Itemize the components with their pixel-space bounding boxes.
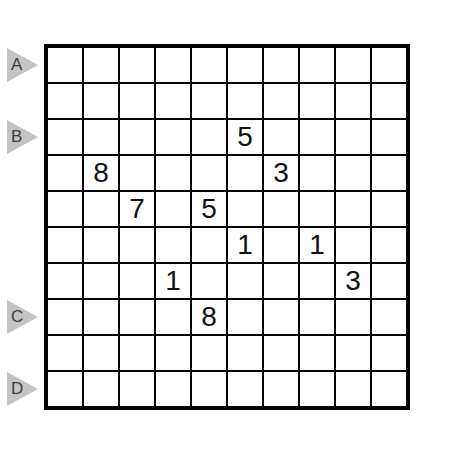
cell-r1c6[interactable] [228,48,262,82]
cell-r9c10[interactable] [372,336,406,370]
cell-r7c1[interactable] [48,264,82,298]
cell-r6c6: 1 [228,228,262,262]
cell-r2c5[interactable] [192,84,226,118]
cell-r6c1[interactable] [48,228,82,262]
cell-r6c10[interactable] [372,228,406,262]
cell-r2c10[interactable] [372,84,406,118]
cell-r8c9[interactable] [336,300,370,334]
cell-r3c10[interactable] [372,120,406,154]
cell-r5c2[interactable] [84,192,118,226]
cell-r1c4[interactable] [156,48,190,82]
cell-r9c2[interactable] [84,336,118,370]
row-marker-a: A [7,48,38,82]
row-marker-b: B [7,120,38,154]
cell-r2c2[interactable] [84,84,118,118]
marker-label: D [11,379,23,399]
cell-r9c3[interactable] [120,336,154,370]
cell-r5c7[interactable] [264,192,298,226]
cell-r5c6[interactable] [228,192,262,226]
cell-r3c1[interactable] [48,120,82,154]
cell-r9c6[interactable] [228,336,262,370]
cell-r5c1[interactable] [48,192,82,226]
cell-r8c5: 8 [192,300,226,334]
cell-r4c9[interactable] [336,156,370,190]
cell-r8c3[interactable] [120,300,154,334]
cell-r5c9[interactable] [336,192,370,226]
cell-r6c7[interactable] [264,228,298,262]
cell-r4c3[interactable] [120,156,154,190]
cell-r6c8: 1 [300,228,334,262]
cell-r10c5[interactable] [192,372,226,406]
cell-r5c10[interactable] [372,192,406,226]
cell-r7c3[interactable] [120,264,154,298]
cell-r6c9[interactable] [336,228,370,262]
cell-r10c10[interactable] [372,372,406,406]
cell-r6c4[interactable] [156,228,190,262]
cell-r7c8[interactable] [300,264,334,298]
cell-r3c2[interactable] [84,120,118,154]
cell-r3c7[interactable] [264,120,298,154]
cell-r9c1[interactable] [48,336,82,370]
cell-r10c3[interactable] [120,372,154,406]
cell-r2c9[interactable] [336,84,370,118]
cell-r7c5[interactable] [192,264,226,298]
marker-label: A [11,55,22,75]
cell-r3c8[interactable] [300,120,334,154]
cell-r4c10[interactable] [372,156,406,190]
cell-r10c9[interactable] [336,372,370,406]
cell-r2c6[interactable] [228,84,262,118]
cell-r10c2[interactable] [84,372,118,406]
cell-r8c7[interactable] [264,300,298,334]
cell-r7c7[interactable] [264,264,298,298]
cell-r9c5[interactable] [192,336,226,370]
cell-r3c6: 5 [228,120,262,154]
cell-r4c1[interactable] [48,156,82,190]
cell-r8c6[interactable] [228,300,262,334]
row-marker-c: C [7,300,38,334]
cell-r6c5[interactable] [192,228,226,262]
cell-r7c9: 3 [336,264,370,298]
cell-r4c7: 3 [264,156,298,190]
cell-r3c5[interactable] [192,120,226,154]
cell-r8c4[interactable] [156,300,190,334]
cell-r3c9[interactable] [336,120,370,154]
cell-r10c7[interactable] [264,372,298,406]
cell-r4c8[interactable] [300,156,334,190]
cell-r5c5: 5 [192,192,226,226]
cell-r6c2[interactable] [84,228,118,262]
cell-r10c4[interactable] [156,372,190,406]
cell-r9c7[interactable] [264,336,298,370]
cell-r1c7[interactable] [264,48,298,82]
marker-label: B [11,127,22,147]
cell-r7c4: 1 [156,264,190,298]
cell-r2c1[interactable] [48,84,82,118]
cell-r9c9[interactable] [336,336,370,370]
cell-r2c3[interactable] [120,84,154,118]
puzzle-page: 5837511138 ABCD [0,0,456,457]
cell-r1c9[interactable] [336,48,370,82]
cell-r9c8[interactable] [300,336,334,370]
cell-r8c2[interactable] [84,300,118,334]
cell-r1c3[interactable] [120,48,154,82]
marker-label: C [11,307,23,327]
row-marker-d: D [7,372,38,406]
cell-r7c10[interactable] [372,264,406,298]
cell-r2c4[interactable] [156,84,190,118]
cell-r1c10[interactable] [372,48,406,82]
cell-r8c10[interactable] [372,300,406,334]
cell-r4c5[interactable] [192,156,226,190]
cell-r10c1[interactable] [48,372,82,406]
cell-r3c4[interactable] [156,120,190,154]
cell-r2c7[interactable] [264,84,298,118]
cell-r5c3: 7 [120,192,154,226]
cell-r2c8[interactable] [300,84,334,118]
cell-r9c4[interactable] [156,336,190,370]
cell-r1c5[interactable] [192,48,226,82]
cell-r5c8[interactable] [300,192,334,226]
cell-r8c8[interactable] [300,300,334,334]
cell-r4c4[interactable] [156,156,190,190]
cell-r4c6[interactable] [228,156,262,190]
cell-r1c8[interactable] [300,48,334,82]
cell-r7c6[interactable] [228,264,262,298]
cell-r5c4[interactable] [156,192,190,226]
cell-r10c6[interactable] [228,372,262,406]
cell-r3c3[interactable] [120,120,154,154]
board: 5837511138 [44,44,410,410]
cell-r6c3[interactable] [120,228,154,262]
cell-r8c1[interactable] [48,300,82,334]
cell-r7c2[interactable] [84,264,118,298]
cell-r4c2: 8 [84,156,118,190]
cell-r1c1[interactable] [48,48,82,82]
cell-r1c2[interactable] [84,48,118,82]
cell-r10c8[interactable] [300,372,334,406]
